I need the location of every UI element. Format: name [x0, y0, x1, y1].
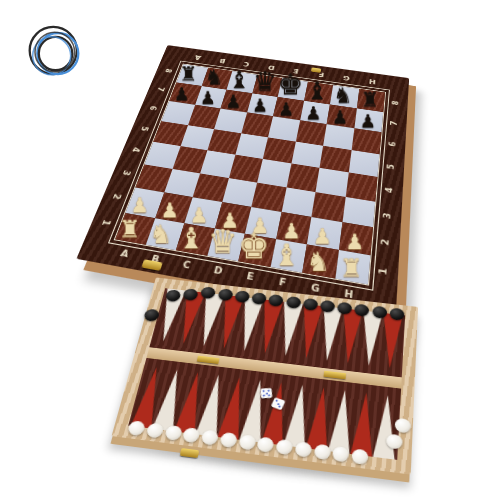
backgammon-point [379, 313, 403, 369]
white-checker [351, 448, 368, 465]
die [261, 388, 273, 398]
black-checker [389, 308, 404, 321]
black-checker [251, 292, 267, 305]
white-checker [127, 420, 146, 436]
white-checker [201, 429, 219, 445]
black-checker [234, 290, 250, 303]
backgammon-case [112, 277, 419, 474]
die-pip [263, 391, 265, 393]
white-checker [238, 434, 256, 450]
product-photo: ABCDEFGH ABCDEFGH 87654321 87654321 ♜♞♝♛… [0, 0, 500, 500]
die-pip [268, 390, 270, 392]
backgammon-point [328, 389, 356, 454]
hinge-gold-right [324, 371, 347, 380]
black-checker [285, 296, 301, 309]
hinge-gold-left [197, 356, 220, 364]
black-checker [354, 304, 369, 317]
backgammon-clasp-gold [179, 448, 199, 458]
backgammon-scene [0, 0, 500, 500]
white-checker [145, 422, 164, 438]
backgammon-point [337, 308, 363, 364]
black-checker [302, 298, 318, 311]
white-checker [332, 446, 349, 463]
white-checker [257, 436, 275, 452]
backgammon-point [305, 386, 334, 451]
white-checker [182, 427, 201, 443]
black-checker [268, 294, 284, 307]
die-pip [263, 395, 265, 397]
black-checker [320, 300, 336, 313]
white-checker [313, 444, 331, 461]
black-checker [217, 288, 233, 301]
die-pip [277, 402, 280, 404]
white-checker [219, 432, 237, 448]
white-checker [275, 439, 293, 455]
die-pip [279, 405, 282, 407]
white-checker [164, 425, 183, 441]
black-checker [337, 302, 352, 315]
die-pip [275, 399, 278, 401]
backgammon-point [358, 311, 383, 367]
backgammon-point [350, 391, 377, 456]
backgammon-point [317, 306, 344, 362]
black-checker [372, 306, 387, 319]
white-checker [294, 441, 312, 457]
black-checker [200, 286, 216, 299]
die-pip [268, 395, 270, 397]
